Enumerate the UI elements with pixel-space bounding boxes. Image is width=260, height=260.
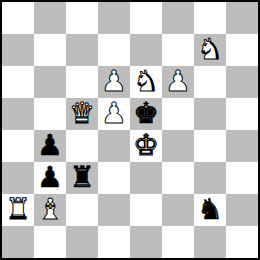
square-g1[interactable] bbox=[194, 226, 226, 258]
white-pawn: ♟ bbox=[98, 98, 130, 130]
square-a4[interactable] bbox=[2, 130, 34, 162]
square-g3[interactable] bbox=[194, 162, 226, 194]
square-f6[interactable]: ♟ bbox=[162, 66, 194, 98]
white-bishop: ♝ bbox=[34, 194, 66, 226]
square-e3[interactable] bbox=[130, 162, 162, 194]
square-c4[interactable] bbox=[66, 130, 98, 162]
square-g7[interactable]: ♞ bbox=[194, 34, 226, 66]
square-b6[interactable] bbox=[34, 66, 66, 98]
square-c3[interactable]: ♜ bbox=[66, 162, 98, 194]
square-e8[interactable] bbox=[130, 2, 162, 34]
square-g5[interactable] bbox=[194, 98, 226, 130]
square-d7[interactable] bbox=[98, 34, 130, 66]
square-f5[interactable] bbox=[162, 98, 194, 130]
white-knight: ♞ bbox=[194, 34, 226, 66]
square-f7[interactable] bbox=[162, 34, 194, 66]
square-h5[interactable] bbox=[226, 98, 258, 130]
square-a5[interactable] bbox=[2, 98, 34, 130]
square-d5[interactable]: ♟ bbox=[98, 98, 130, 130]
black-pawn: ♟ bbox=[34, 162, 66, 194]
square-h8[interactable] bbox=[226, 2, 258, 34]
square-h6[interactable] bbox=[226, 66, 258, 98]
black-pawn: ♟ bbox=[34, 130, 66, 162]
square-a6[interactable] bbox=[2, 66, 34, 98]
square-c2[interactable] bbox=[66, 194, 98, 226]
white-rook: ♜ bbox=[2, 194, 34, 226]
square-a3[interactable] bbox=[2, 162, 34, 194]
square-f2[interactable] bbox=[162, 194, 194, 226]
square-e5[interactable]: ♚ bbox=[130, 98, 162, 130]
square-f4[interactable] bbox=[162, 130, 194, 162]
white-knight: ♞ bbox=[130, 66, 162, 98]
square-d8[interactable] bbox=[98, 2, 130, 34]
square-e7[interactable] bbox=[130, 34, 162, 66]
square-g4[interactable] bbox=[194, 130, 226, 162]
white-pawn: ♟ bbox=[98, 66, 130, 98]
white-pawn: ♟ bbox=[162, 66, 194, 98]
square-c6[interactable] bbox=[66, 66, 98, 98]
board-frame: ♞♟♞♟♛♟♚♟♚♟♜♜♝♞ bbox=[0, 0, 260, 260]
white-king: ♚ bbox=[130, 130, 162, 162]
black-rook: ♜ bbox=[66, 162, 98, 194]
square-c1[interactable] bbox=[66, 226, 98, 258]
square-a7[interactable] bbox=[2, 34, 34, 66]
square-e2[interactable] bbox=[130, 194, 162, 226]
square-g6[interactable] bbox=[194, 66, 226, 98]
square-h3[interactable] bbox=[226, 162, 258, 194]
square-a1[interactable] bbox=[2, 226, 34, 258]
square-h1[interactable] bbox=[226, 226, 258, 258]
black-knight: ♞ bbox=[194, 194, 226, 226]
square-e1[interactable] bbox=[130, 226, 162, 258]
square-g2[interactable]: ♞ bbox=[194, 194, 226, 226]
square-d4[interactable] bbox=[98, 130, 130, 162]
black-king: ♚ bbox=[130, 98, 162, 130]
square-b3[interactable]: ♟ bbox=[34, 162, 66, 194]
square-b8[interactable] bbox=[34, 2, 66, 34]
square-d1[interactable] bbox=[98, 226, 130, 258]
square-c5[interactable]: ♛ bbox=[66, 98, 98, 130]
square-c7[interactable] bbox=[66, 34, 98, 66]
square-f1[interactable] bbox=[162, 226, 194, 258]
square-a8[interactable] bbox=[2, 2, 34, 34]
white-queen: ♛ bbox=[66, 98, 98, 130]
square-h7[interactable] bbox=[226, 34, 258, 66]
square-b5[interactable] bbox=[34, 98, 66, 130]
square-a2[interactable]: ♜ bbox=[2, 194, 34, 226]
square-b4[interactable]: ♟ bbox=[34, 130, 66, 162]
square-h2[interactable] bbox=[226, 194, 258, 226]
square-d2[interactable] bbox=[98, 194, 130, 226]
square-h4[interactable] bbox=[226, 130, 258, 162]
square-e4[interactable]: ♚ bbox=[130, 130, 162, 162]
square-b1[interactable] bbox=[34, 226, 66, 258]
square-g8[interactable] bbox=[194, 2, 226, 34]
square-b7[interactable] bbox=[34, 34, 66, 66]
square-e6[interactable]: ♞ bbox=[130, 66, 162, 98]
square-d6[interactable]: ♟ bbox=[98, 66, 130, 98]
square-b2[interactable]: ♝ bbox=[34, 194, 66, 226]
square-d3[interactable] bbox=[98, 162, 130, 194]
square-f8[interactable] bbox=[162, 2, 194, 34]
square-f3[interactable] bbox=[162, 162, 194, 194]
square-c8[interactable] bbox=[66, 2, 98, 34]
chess-board: ♞♟♞♟♛♟♚♟♚♟♜♜♝♞ bbox=[2, 2, 258, 258]
